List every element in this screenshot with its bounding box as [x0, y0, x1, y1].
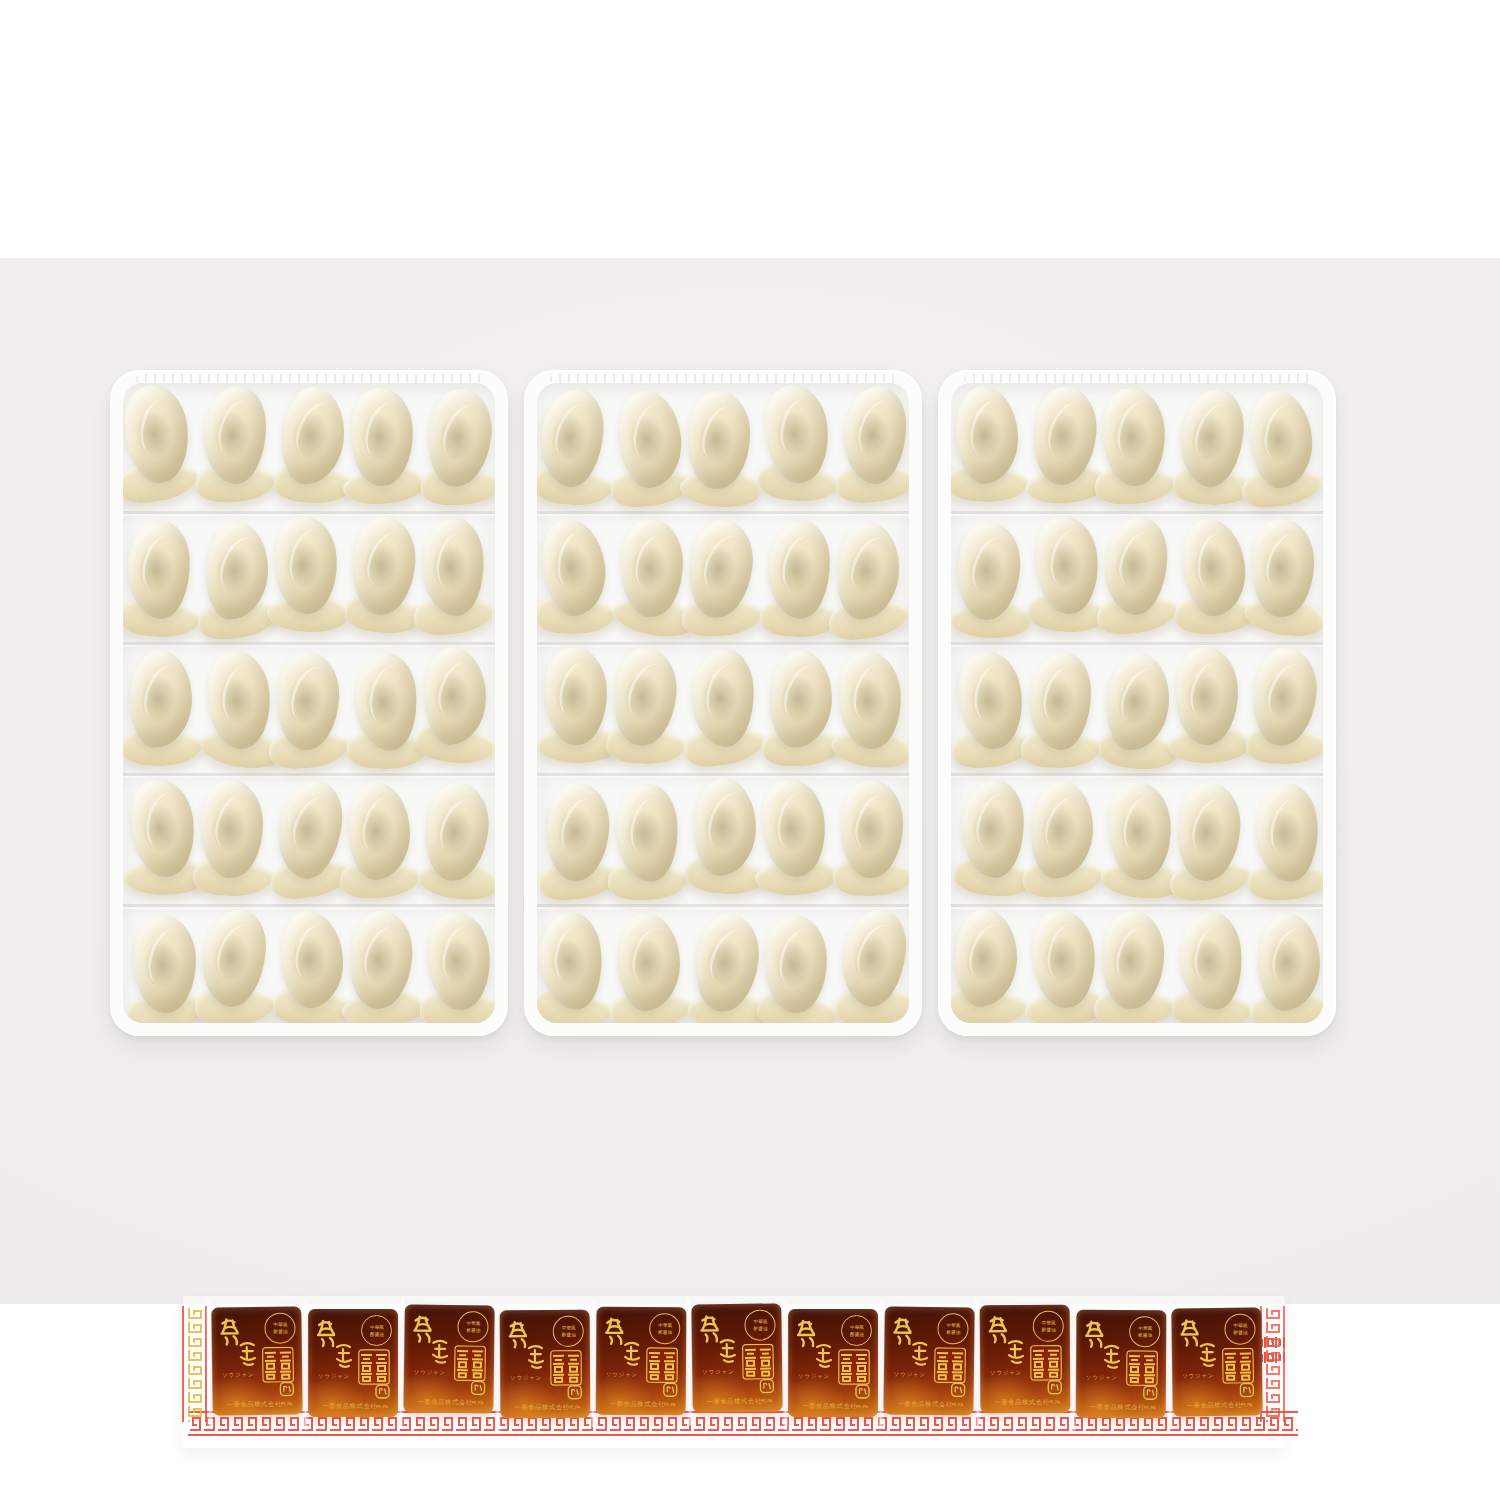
style-badge: 中華風 酢醤油	[1129, 1316, 1160, 1347]
tray-floor	[537, 383, 909, 1023]
gyoza-dumpling	[1107, 782, 1173, 898]
sauce-packet-body: ソウジャン 中華風 酢醤油 一番食品株式会社 PE,PA	[883, 1306, 974, 1415]
brand-calligraphy-icon	[1083, 1318, 1129, 1374]
brand-calligraphy-icon	[507, 1318, 553, 1374]
gyoza-body	[764, 914, 828, 1013]
gyoza-tray-3	[938, 370, 1336, 1036]
sauce-packet-body: ソウジャン 中華風 酢醤油 一番食品株式会社 PE,PA	[596, 1307, 687, 1416]
gyoza-dumpling	[124, 385, 190, 501]
brand-calligraphy-icon	[315, 1317, 361, 1373]
company-name: 一番食品株式会社	[1187, 1400, 1242, 1410]
gyoza-dumpling	[956, 522, 1022, 638]
pla-mark-icon	[375, 1384, 390, 1399]
tray-compartment	[537, 645, 909, 776]
gyoza-dumpling	[839, 780, 905, 896]
double-happiness-icon	[742, 1343, 774, 1379]
gyoza-dumpling	[132, 915, 198, 1023]
brand-name-katakana: ソウジャン	[894, 1371, 926, 1380]
tray-compartment	[123, 383, 495, 514]
gyoza-dumpling	[424, 783, 490, 899]
gyoza-dumpling	[694, 914, 760, 1023]
gyoza-dumpling	[420, 518, 486, 634]
sauce-packet: ソウジャン 中華風 酢醤油 一番食品株式会社 PE,PA	[208, 1299, 306, 1428]
sauce-packet-body: ソウジャン 中華風 酢醤油 一番食品株式会社 PE,PA	[788, 1309, 878, 1417]
gyoza-body	[423, 646, 487, 745]
plastic-recycle-mark: PE,PA	[1141, 1385, 1159, 1410]
brand-name-katakana: ソウジャン	[702, 1368, 734, 1377]
company-name: 一番食品株式会社	[1090, 1403, 1145, 1413]
tray-compartment	[123, 907, 495, 1023]
badge-line2: 酢醤油	[273, 1329, 287, 1334]
gyoza-dumpling	[612, 648, 678, 764]
gyoza-dumpling	[543, 647, 609, 763]
gyoza-dumpling	[1248, 390, 1314, 506]
badge-line1: 中華風	[1233, 1323, 1247, 1328]
style-badge: 中華風 酢醤油	[553, 1316, 584, 1347]
gyoza-dumpling	[1254, 784, 1320, 900]
double-happiness-icon	[838, 1349, 870, 1385]
gyoza-dumpling	[273, 516, 339, 632]
sauce-packet-body: ソウジャン 中華風 酢醤油 一番食品株式会社 PE,PA	[500, 1310, 591, 1419]
company-name: 一番食品株式会社	[514, 1403, 569, 1413]
badge-line2: 酢醤油	[369, 1332, 383, 1337]
sauce-packet: ソウジャン 中華風 酢醤油 一番食品株式会社 PE,PA	[1073, 1303, 1170, 1432]
sauce-packet-body: ソウジャン 中華風 酢醤油 一番食品株式会社 PE,PA	[691, 1303, 782, 1412]
double-happiness-icon	[454, 1345, 486, 1381]
gyoza-dumpling	[1174, 647, 1240, 763]
material-label: PE,PA	[759, 1398, 774, 1403]
gyoza-dumpling	[954, 386, 1020, 502]
style-badge: 中華風 酢醤油	[841, 1315, 872, 1346]
gyoza-dumpling	[958, 651, 1024, 767]
style-badge: 中華風 酢醤油	[1224, 1313, 1255, 1344]
gyoza-dumpling	[953, 909, 1019, 1023]
tray-compartment	[123, 645, 495, 776]
badge-line2: 酢醤油	[1138, 1333, 1152, 1338]
brand-calligraphy-icon	[218, 1315, 265, 1372]
gyoza-dumpling	[1101, 388, 1167, 504]
gyoza-dumpling	[1027, 652, 1093, 768]
double-happiness-icon	[358, 1349, 390, 1385]
sauce-packet-body: ソウジャン 中華風 酢醤油 一番食品株式会社 PE,PA	[1171, 1307, 1262, 1416]
brand-name-katakana: ソウジャン	[606, 1371, 638, 1379]
sauce-packet: ソウジャン 中華風 酢醤油 一番食品株式会社 PE,PA	[688, 1296, 786, 1425]
brand-name-katakana: ソウジャン	[990, 1369, 1022, 1377]
gyoza-dumpling	[277, 781, 343, 897]
gyoza-dumpling	[764, 385, 830, 501]
plastic-recycle-mark: PE,PA	[1237, 1382, 1255, 1407]
gyoza-dumpling	[128, 650, 194, 766]
gyoza-dumpling	[280, 387, 346, 503]
gyoza-dumpling	[130, 779, 196, 895]
sauce-packet: ソウジャン 中華風 酢醤油 一番食品株式会社 PE,PA	[497, 1303, 594, 1432]
gyoza-dumpling	[842, 386, 908, 502]
gyoza-dumpling	[126, 521, 192, 637]
company-name: 一番食品株式会社	[322, 1402, 377, 1411]
gyoza-dumpling	[349, 388, 415, 504]
gyoza-dumpling	[768, 650, 834, 766]
tray-compartment	[537, 514, 909, 645]
sauce-strip: ソウジャン 中華風 酢醤油 一番食品株式会社 PE,PA	[183, 1296, 1285, 1448]
double-happiness-icon	[262, 1346, 294, 1382]
gyoza-dumpling	[422, 647, 488, 763]
company-name: 一番食品株式会社	[994, 1398, 1049, 1408]
plastic-recycle-mark: PE,PA	[468, 1380, 486, 1405]
pla-mark-icon	[1047, 1380, 1062, 1395]
pla-mark-icon	[1239, 1382, 1254, 1397]
gyoza-dumpling	[616, 913, 682, 1023]
pla-mark-icon	[1142, 1385, 1157, 1400]
gyoza-dumpling	[960, 780, 1026, 896]
plastic-recycle-mark: PE,PA	[661, 1382, 679, 1407]
material-label: PE,PA	[950, 1402, 965, 1407]
gyoza-dumpling	[1103, 517, 1169, 633]
badge-line2: 酢醤油	[1041, 1327, 1055, 1332]
sauce-packet-body: ソウジャン 中華風 酢醤油 一番食品株式会社 PE,PA	[1076, 1310, 1167, 1419]
company-name: 一番食品株式会社	[707, 1396, 762, 1406]
pla-mark-icon	[950, 1382, 965, 1397]
brand-calligraphy-icon	[1178, 1316, 1225, 1373]
gyoza-tray-1	[110, 370, 508, 1036]
gyoza-dumpling	[348, 911, 414, 1023]
tray-floor	[951, 383, 1323, 1023]
gyoza-dumpling	[1250, 519, 1316, 635]
tray-compartment	[951, 383, 1323, 514]
material-label: PE,PA	[1047, 1399, 1062, 1404]
pla-mark-icon	[855, 1384, 870, 1399]
tray-compartment	[951, 514, 1323, 645]
badge-line1: 中華風	[849, 1325, 863, 1330]
tray-compartment	[537, 907, 909, 1023]
gyoza-dumpling	[1034, 516, 1100, 632]
plastic-recycle-mark: PE,PA	[565, 1385, 583, 1410]
double-happiness-icon	[1126, 1350, 1158, 1386]
gyoza-dumpling	[538, 912, 604, 1023]
company-name: 一番食品株式会社	[897, 1399, 952, 1409]
gyoza-dumpling	[841, 909, 907, 1023]
sauce-packet: ソウジャン 中華風 酢醤油 一番食品株式会社 PE,PA	[977, 1298, 1074, 1427]
gyoza-dumpling	[1031, 910, 1097, 1023]
tray-compartment	[951, 645, 1323, 776]
brand-name-katakana: ソウジャン	[1086, 1374, 1118, 1382]
double-happiness-icon	[1222, 1347, 1254, 1383]
material-label: PE,PA	[279, 1401, 294, 1406]
gyoza-dumpling	[837, 651, 903, 767]
gyoza-dumpling	[617, 390, 683, 506]
brand-name-katakana: ソウジャン	[414, 1369, 446, 1378]
badge-line2: 酢醤油	[1233, 1330, 1247, 1335]
pla-mark-icon	[567, 1385, 582, 1400]
gyoza-dumpling	[835, 522, 901, 638]
brand-name-katakana: ソウジャン	[798, 1373, 830, 1381]
material-label: PE,PA	[662, 1402, 677, 1407]
brand-calligraphy-icon	[987, 1313, 1033, 1369]
gyoza-dumpling	[539, 389, 605, 505]
product-photo: ソウジャン 中華風 酢醤油 一番食品株式会社 PE,PA	[0, 0, 1500, 1500]
gyoza-dumpling	[1252, 648, 1318, 764]
badge-line2: 酢醤油	[946, 1330, 960, 1335]
tray-compartment	[951, 776, 1323, 907]
brand-calligraphy-icon	[795, 1317, 841, 1373]
gyoza-dumpling	[1178, 912, 1244, 1023]
plastic-recycle-mark: PE,PA	[757, 1378, 775, 1403]
company-name: 一番食品株式会社	[227, 1399, 282, 1409]
brand-calligraphy-icon	[603, 1315, 649, 1371]
sauce-packet: ソウジャン 中華風 酢醤油 一番食品株式会社 PE,PA	[880, 1299, 978, 1428]
gyoza-dumpling	[690, 649, 756, 765]
pla-mark-icon	[759, 1378, 774, 1393]
brand-calligraphy-icon	[698, 1312, 745, 1369]
sauce-packet-body: ソウジャン 中華風 酢醤油 一番食品株式会社 PE,PA	[211, 1306, 302, 1415]
brand-name-katakana: ソウジャン	[510, 1374, 542, 1382]
badge-line1: 中華風	[561, 1325, 575, 1330]
style-badge: 中華風 酢醤油	[264, 1312, 295, 1343]
gyoza-dumpling	[353, 653, 419, 769]
gyoza-dumpling	[279, 910, 345, 1023]
plastic-recycle-mark: PE,PA	[948, 1382, 966, 1407]
pla-mark-icon	[662, 1382, 677, 1397]
gyoza-dumpling	[1179, 389, 1245, 505]
tray-compartment	[123, 514, 495, 645]
sauce-packet: ソウジャン 中華風 酢醤油 一番食品株式会社 PE,PA	[593, 1300, 690, 1429]
double-happiness-icon	[646, 1347, 678, 1383]
photo-background: ソウジャン 中華風 酢醤油 一番食品株式会社 PE,PA	[0, 258, 1500, 1304]
gyoza-dumpling	[206, 651, 272, 767]
gyoza-dumpling	[619, 519, 685, 635]
gyoza-dumpling	[204, 522, 270, 638]
material-label: PE,PA	[1239, 1402, 1254, 1407]
company-name: 一番食品株式会社	[802, 1402, 857, 1411]
gyoza-dumpling	[1100, 911, 1166, 1023]
plastic-recycle-mark: PE,PA	[853, 1384, 871, 1409]
pla-mark-icon	[279, 1381, 294, 1396]
badge-line1: 中華風	[946, 1323, 960, 1328]
brand-name-katakana: ソウジャン	[318, 1373, 350, 1381]
gyoza-dumpling	[1176, 783, 1242, 899]
tray-compartment	[123, 776, 495, 907]
sauce-packet-body: ソウジャン 中華風 酢醤油 一番食品株式会社 PE,PA	[980, 1305, 1071, 1414]
gyoza-dumpling	[346, 782, 412, 898]
gyoza-dumpling	[199, 780, 265, 896]
brand-name-katakana: ソウジャン	[1182, 1372, 1214, 1381]
style-badge: 中華風 酢醤油	[361, 1315, 392, 1346]
company-name: 一番食品株式会社	[610, 1400, 665, 1410]
double-happiness-icon	[934, 1347, 966, 1383]
badge-line2: 酢醤油	[753, 1326, 767, 1331]
plastic-recycle-mark: PE,PA	[1045, 1380, 1063, 1405]
gyoza-dumpling	[761, 779, 827, 895]
gyoza-dumpling	[1032, 387, 1098, 503]
style-badge: 中華風 酢醤油	[1033, 1311, 1064, 1342]
sauce-packet: ソウジャン 中華風 酢醤油 一番食品株式会社 PE,PA	[305, 1302, 401, 1430]
tray-compartment	[537, 383, 909, 514]
tray-floor	[123, 383, 495, 1023]
material-label: PE,PA	[567, 1404, 582, 1409]
material-label: PE,PA	[374, 1403, 389, 1408]
sauce-packet: ソウジャン 中華風 酢醤油 一番食品株式会社 PE,PA	[785, 1302, 881, 1430]
badge-line2: 酢醤油	[561, 1332, 575, 1337]
plastic-recycle-mark: PE,PA	[373, 1384, 391, 1409]
brand-calligraphy-icon	[411, 1312, 458, 1369]
badge-line1: 中華風	[273, 1322, 287, 1327]
gyoza-dumpling	[202, 386, 268, 502]
sauce-packet: ソウジャン 中華風 酢醤油 一番食品株式会社 PE,PA	[400, 1297, 498, 1426]
badge-line1: 中華風	[369, 1325, 383, 1330]
style-badge: 中華風 酢醤油	[457, 1311, 488, 1342]
badge-line2: 酢醤油	[658, 1330, 672, 1335]
style-badge: 中華風 酢醤油	[744, 1309, 775, 1340]
gyoza-dumpling	[692, 778, 758, 894]
badge-line2: 酢醤油	[849, 1332, 863, 1337]
plastic-recycle-mark: PE,PA	[277, 1381, 295, 1406]
badge-line1: 中華風	[466, 1321, 480, 1326]
gyoza-dumpling	[201, 909, 267, 1023]
gyoza-dumpling	[275, 652, 341, 768]
sauce-packet-body: ソウジャン 中華風 酢醤油 一番食品株式会社 PE,PA	[308, 1309, 398, 1417]
style-badge: 中華風 酢醤油	[649, 1313, 680, 1344]
badge-line2: 酢醤油	[466, 1328, 480, 1333]
brand-name-katakana: ソウジャン	[222, 1371, 254, 1380]
company-name: 一番食品株式会社	[417, 1397, 472, 1407]
gyoza-dumpling	[545, 783, 611, 899]
material-label: PE,PA	[1142, 1405, 1157, 1410]
gyoza-dumpling	[1029, 781, 1095, 897]
gyoza-dumpling	[763, 915, 829, 1023]
badge-line1: 中華風	[658, 1323, 672, 1328]
badge-line1: 中華風	[1041, 1320, 1055, 1325]
gyoza-dumpling	[688, 520, 754, 636]
sauce-packet: ソウジャン 中華風 酢醤油 一番食品株式会社 PE,PA	[1168, 1300, 1266, 1429]
gyoza-dumpling	[766, 521, 832, 637]
meander-pattern-icon	[182, 1306, 208, 1422]
gyoza-dumpling	[686, 391, 752, 507]
tray-compartment	[537, 776, 909, 907]
double-happiness-icon	[550, 1350, 582, 1386]
material-label: PE,PA	[854, 1403, 869, 1408]
badge-line1: 中華風	[1138, 1326, 1152, 1331]
gyoza-dumpling	[1256, 913, 1322, 1023]
gyoza-tray-2	[524, 370, 922, 1036]
gyoza-dumpling	[427, 389, 493, 505]
gyoza-dumpling	[426, 912, 492, 1023]
brand-calligraphy-icon	[891, 1314, 938, 1371]
sauce-packet-body: ソウジャン 中華風 酢醤油 一番食品株式会社 PE,PA	[403, 1304, 494, 1413]
gyoza-dumpling	[1105, 653, 1171, 769]
gyoza-dumpling	[614, 784, 680, 900]
gyoza-dumpling	[541, 518, 607, 634]
double-happiness-icon	[1030, 1345, 1062, 1381]
gyoza-dumpling	[351, 517, 417, 633]
gyoza-dumpling	[1181, 518, 1247, 634]
material-label: PE,PA	[470, 1400, 485, 1405]
style-badge: 中華風 酢醤油	[937, 1313, 968, 1344]
tray-compartment	[951, 907, 1323, 1023]
badge-line1: 中華風	[753, 1319, 767, 1324]
pla-mark-icon	[470, 1380, 485, 1395]
